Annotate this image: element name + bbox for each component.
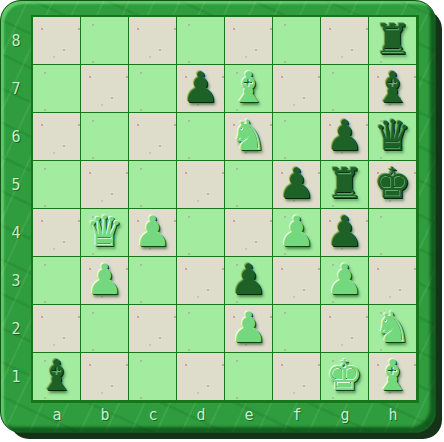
rank-label-1: 1 — [1, 353, 31, 401]
square-b5[interactable] — [81, 161, 129, 209]
black-queen-icon: ♛ — [369, 113, 416, 159]
square-d1[interactable] — [177, 353, 225, 401]
square-g3[interactable]: ♟ — [321, 257, 369, 305]
black-pawn-icon: ♟ — [321, 113, 368, 159]
square-h3[interactable] — [369, 257, 417, 305]
square-d2[interactable] — [177, 305, 225, 353]
board-frame: 87654321 ♜♟♝♝♞♟♛♟♜♚♛♟♟♟♟♟♟♟♞♝♚♝ abcdefgh — [0, 0, 436, 433]
square-a6[interactable] — [33, 113, 81, 161]
square-g8[interactable] — [321, 17, 369, 65]
square-e3[interactable]: ♟ — [225, 257, 273, 305]
file-label-c: c — [129, 402, 177, 428]
file-label-f: f — [273, 402, 321, 428]
square-g7[interactable] — [321, 65, 369, 113]
rank-label-2: 2 — [1, 305, 31, 353]
square-h7[interactable]: ♝ — [369, 65, 417, 113]
square-b4[interactable]: ♛ — [81, 209, 129, 257]
square-c4[interactable]: ♟ — [129, 209, 177, 257]
white-pawn-icon: ♟ — [81, 257, 128, 303]
square-b1[interactable] — [81, 353, 129, 401]
file-label-d: d — [177, 402, 225, 428]
white-pawn-icon: ♟ — [321, 257, 368, 303]
file-label-h: h — [369, 402, 417, 428]
square-f5[interactable]: ♟ — [273, 161, 321, 209]
square-h5[interactable]: ♚ — [369, 161, 417, 209]
square-f2[interactable] — [273, 305, 321, 353]
white-knight-icon: ♞ — [225, 113, 272, 159]
rank-label-3: 3 — [1, 257, 31, 305]
square-a8[interactable] — [33, 17, 81, 65]
square-a5[interactable] — [33, 161, 81, 209]
white-bishop-icon: ♝ — [369, 353, 416, 399]
white-pawn-icon: ♟ — [129, 209, 176, 255]
black-bishop-icon: ♝ — [33, 353, 80, 399]
black-king-icon: ♚ — [369, 161, 416, 207]
square-d7[interactable]: ♟ — [177, 65, 225, 113]
square-c7[interactable] — [129, 65, 177, 113]
square-e8[interactable] — [225, 17, 273, 65]
black-pawn-icon: ♟ — [225, 257, 272, 303]
square-a1[interactable]: ♝ — [33, 353, 81, 401]
white-pawn-icon: ♟ — [225, 305, 272, 351]
square-g6[interactable]: ♟ — [321, 113, 369, 161]
square-f6[interactable] — [273, 113, 321, 161]
square-c3[interactable] — [129, 257, 177, 305]
black-rook-icon: ♜ — [369, 17, 416, 63]
square-c8[interactable] — [129, 17, 177, 65]
square-b8[interactable] — [81, 17, 129, 65]
square-g5[interactable]: ♜ — [321, 161, 369, 209]
square-c5[interactable] — [129, 161, 177, 209]
black-bishop-icon: ♝ — [369, 65, 416, 111]
white-bishop-icon: ♝ — [225, 65, 272, 111]
square-e2[interactable]: ♟ — [225, 305, 273, 353]
square-c6[interactable] — [129, 113, 177, 161]
square-f4[interactable]: ♟ — [273, 209, 321, 257]
square-e6[interactable]: ♞ — [225, 113, 273, 161]
square-a7[interactable] — [33, 65, 81, 113]
square-d8[interactable] — [177, 17, 225, 65]
square-a4[interactable] — [33, 209, 81, 257]
square-f1[interactable] — [273, 353, 321, 401]
square-b6[interactable] — [81, 113, 129, 161]
square-g1[interactable]: ♚ — [321, 353, 369, 401]
rank-label-7: 7 — [1, 65, 31, 113]
square-b2[interactable] — [81, 305, 129, 353]
square-g2[interactable] — [321, 305, 369, 353]
rank-label-6: 6 — [1, 113, 31, 161]
square-d6[interactable] — [177, 113, 225, 161]
rank-label-4: 4 — [1, 209, 31, 257]
square-h1[interactable]: ♝ — [369, 353, 417, 401]
chess-board: ♜♟♝♝♞♟♛♟♜♚♛♟♟♟♟♟♟♟♞♝♚♝ — [31, 15, 419, 403]
square-e7[interactable]: ♝ — [225, 65, 273, 113]
square-c1[interactable] — [129, 353, 177, 401]
square-h2[interactable]: ♞ — [369, 305, 417, 353]
square-c2[interactable] — [129, 305, 177, 353]
file-label-g: g — [321, 402, 369, 428]
square-h6[interactable]: ♛ — [369, 113, 417, 161]
black-pawn-icon: ♟ — [177, 65, 224, 111]
square-f3[interactable] — [273, 257, 321, 305]
white-queen-icon: ♛ — [81, 209, 128, 255]
square-f8[interactable] — [273, 17, 321, 65]
black-pawn-icon: ♟ — [273, 161, 320, 207]
square-a2[interactable] — [33, 305, 81, 353]
square-d5[interactable] — [177, 161, 225, 209]
square-b3[interactable]: ♟ — [81, 257, 129, 305]
square-h4[interactable] — [369, 209, 417, 257]
file-label-e: e — [225, 402, 273, 428]
square-g4[interactable]: ♟ — [321, 209, 369, 257]
file-label-a: a — [33, 402, 81, 428]
white-pawn-icon: ♟ — [273, 209, 320, 255]
rank-label-8: 8 — [1, 17, 31, 65]
square-e5[interactable] — [225, 161, 273, 209]
file-label-b: b — [81, 402, 129, 428]
white-knight-icon: ♞ — [369, 305, 416, 351]
square-f7[interactable] — [273, 65, 321, 113]
file-labels: abcdefgh — [33, 402, 417, 428]
square-d4[interactable] — [177, 209, 225, 257]
square-a3[interactable] — [33, 257, 81, 305]
black-rook-icon: ♜ — [321, 161, 368, 207]
square-e4[interactable] — [225, 209, 273, 257]
rank-labels: 87654321 — [1, 17, 31, 401]
white-king-icon: ♚ — [321, 353, 368, 399]
square-e1[interactable] — [225, 353, 273, 401]
black-pawn-icon: ♟ — [321, 209, 368, 255]
square-b7[interactable] — [81, 65, 129, 113]
square-h8[interactable]: ♜ — [369, 17, 417, 65]
square-d3[interactable] — [177, 257, 225, 305]
rank-label-5: 5 — [1, 161, 31, 209]
